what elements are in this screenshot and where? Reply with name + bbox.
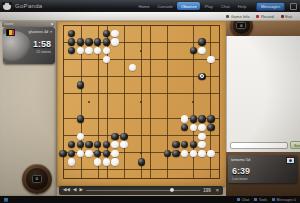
board-point[interactable] [85,141,94,150]
board-point[interactable] [146,63,155,72]
board-point[interactable] [102,166,111,175]
board-point[interactable] [180,55,189,64]
board-point[interactable] [146,141,155,150]
nav-item-chat[interactable]: Chat [217,2,233,10]
nav-item-observe[interactable]: Observe [177,2,200,10]
board-point[interactable] [180,21,189,30]
board-point[interactable] [207,141,216,150]
board-point[interactable] [207,89,216,98]
board-point[interactable] [111,63,120,72]
board-point[interactable] [85,55,94,64]
board-point[interactable] [128,21,137,30]
board-point[interactable] [128,81,137,90]
board-point[interactable] [93,81,102,90]
board-point[interactable] [207,166,216,175]
board-point[interactable] [172,81,181,90]
board-point[interactable] [119,98,128,107]
prev-move-icon[interactable]: ◀ [73,188,76,193]
board-point[interactable] [198,29,207,38]
board-point[interactable] [137,132,146,141]
board-point[interactable] [163,38,172,47]
board-point[interactable] [207,158,216,167]
board-point[interactable] [128,29,137,38]
board-point[interactable] [189,21,198,30]
board-point[interactable] [146,89,155,98]
board-point[interactable] [146,38,155,47]
board-point[interactable] [189,81,198,90]
app-grid-icon[interactable] [4,198,8,202]
board-point[interactable] [67,175,76,184]
board-point[interactable] [146,166,155,175]
board-point[interactable] [215,158,224,167]
board-point[interactable] [146,98,155,107]
board-point[interactable] [111,46,120,55]
board-point[interactable] [119,63,128,72]
board-point[interactable] [76,175,85,184]
collapse-icon[interactable]: ◀ [50,22,53,26]
board-point[interactable] [128,55,137,64]
board-point[interactable] [128,106,137,115]
board-point[interactable] [111,166,120,175]
board-point[interactable] [76,81,85,90]
board-point[interactable] [154,106,163,115]
board-point[interactable] [128,175,137,184]
board-point[interactable] [137,38,146,47]
board-point[interactable] [189,141,198,150]
board-point[interactable] [198,123,207,132]
board-point[interactable] [137,106,146,115]
board-point[interactable] [215,29,224,38]
board-point[interactable] [59,132,68,141]
board-point[interactable] [119,55,128,64]
board-point[interactable] [102,123,111,132]
board-point[interactable] [163,132,172,141]
board-point[interactable] [93,115,102,124]
board-point[interactable] [215,115,224,124]
board-point[interactable] [111,175,120,184]
board-point[interactable] [215,166,224,175]
board-point[interactable] [172,132,181,141]
board-point[interactable] [172,38,181,47]
board-point[interactable] [111,106,120,115]
board-point[interactable] [102,98,111,107]
board-point[interactable] [137,55,146,64]
board-point[interactable] [67,141,76,150]
board-point[interactable] [215,141,224,150]
board-point[interactable] [198,158,207,167]
board-point[interactable] [111,29,120,38]
board-point[interactable] [207,98,216,107]
board-point[interactable] [102,81,111,90]
board-point[interactable] [180,106,189,115]
board-point[interactable] [146,149,155,158]
board-point[interactable] [102,106,111,115]
board-point[interactable] [76,21,85,30]
board-point[interactable] [93,89,102,98]
move-slider-thumb[interactable] [170,188,175,193]
board-point[interactable] [154,46,163,55]
status-item-tools[interactable]: Tools [254,198,267,202]
board-point[interactable] [119,21,128,30]
board-point[interactable] [198,141,207,150]
move-slider[interactable] [86,190,200,192]
board-point[interactable] [154,89,163,98]
board-point[interactable] [215,132,224,141]
chat-input[interactable] [230,142,288,149]
board-point[interactable] [154,175,163,184]
board-point[interactable] [189,132,198,141]
board-point[interactable] [189,106,198,115]
board-point[interactable] [180,123,189,132]
board-point[interactable] [111,81,120,90]
board-point[interactable] [137,141,146,150]
board-point[interactable] [180,81,189,90]
board-point[interactable] [59,21,68,30]
board-point[interactable] [215,149,224,158]
board-point[interactable] [154,132,163,141]
board-point[interactable] [172,158,181,167]
board-point[interactable] [102,63,111,72]
board-point[interactable] [154,38,163,47]
board-point[interactable] [207,38,216,47]
board-point[interactable] [59,38,68,47]
board-point[interactable] [207,55,216,64]
board-point[interactable] [128,141,137,150]
board-point[interactable] [85,158,94,167]
board-point[interactable] [59,89,68,98]
board-point[interactable] [172,21,181,30]
board-point[interactable] [119,175,128,184]
board-point[interactable] [59,141,68,150]
board-point[interactable] [119,141,128,150]
board-point[interactable] [67,158,76,167]
board-point[interactable] [102,21,111,30]
board-point[interactable] [128,72,137,81]
board-point[interactable] [59,29,68,38]
board-point[interactable] [85,166,94,175]
board-point[interactable] [180,72,189,81]
board-point[interactable] [93,158,102,167]
board-point[interactable] [146,55,155,64]
board-point[interactable] [93,38,102,47]
board-point[interactable] [128,123,137,132]
board-point[interactable] [111,149,120,158]
board-point[interactable] [119,132,128,141]
board-point[interactable] [180,141,189,150]
board-point[interactable] [76,132,85,141]
board-point[interactable] [59,106,68,115]
board-point[interactable] [76,141,85,150]
board-point[interactable] [93,106,102,115]
board-point[interactable] [198,46,207,55]
board-point[interactable] [137,158,146,167]
board-point[interactable] [172,166,181,175]
toolbar-item-record[interactable]: Record [256,14,273,19]
board-point[interactable] [172,123,181,132]
board-point[interactable] [76,46,85,55]
board-point[interactable] [59,166,68,175]
board-point[interactable] [207,63,216,72]
board-point[interactable] [76,149,85,158]
board-point[interactable] [119,89,128,98]
board-point[interactable] [76,63,85,72]
board-point[interactable] [189,123,198,132]
board-point[interactable] [146,81,155,90]
board-point[interactable] [154,63,163,72]
board-point[interactable] [93,63,102,72]
board-point[interactable] [111,72,120,81]
board-point[interactable] [207,81,216,90]
toolbar-item-game-info[interactable]: Game Info [226,14,249,19]
board-point[interactable] [85,38,94,47]
board-point[interactable] [180,46,189,55]
board-point[interactable] [111,123,120,132]
board-point[interactable] [102,89,111,98]
board-point[interactable] [163,63,172,72]
board-point[interactable] [146,175,155,184]
board-point[interactable] [93,166,102,175]
window-icon[interactable] [290,3,297,10]
board-point[interactable] [215,55,224,64]
board-point[interactable] [137,123,146,132]
board-point[interactable] [137,81,146,90]
board-point[interactable] [128,132,137,141]
board-point[interactable] [172,63,181,72]
board-point[interactable] [172,98,181,107]
board-point[interactable] [76,29,85,38]
board-point[interactable] [76,38,85,47]
board-point[interactable] [111,21,120,30]
board-point[interactable] [67,115,76,124]
board-point[interactable] [59,115,68,124]
board-point[interactable] [163,166,172,175]
board-point[interactable] [59,55,68,64]
board-point[interactable] [189,63,198,72]
board-point[interactable] [215,38,224,47]
board-point[interactable] [172,115,181,124]
board-point[interactable] [111,98,120,107]
board-point[interactable] [189,72,198,81]
board-point[interactable] [207,123,216,132]
board-point[interactable] [85,175,94,184]
board-point[interactable] [102,38,111,47]
board-point[interactable] [215,72,224,81]
board-point[interactable] [180,89,189,98]
board-point[interactable] [146,123,155,132]
board-point[interactable] [67,72,76,81]
board-point[interactable] [198,149,207,158]
board-point[interactable] [67,166,76,175]
board-point[interactable] [85,98,94,107]
board-point[interactable] [85,89,94,98]
board-point[interactable] [154,21,163,30]
board-point[interactable] [163,175,172,184]
board-point[interactable] [67,123,76,132]
board-point[interactable] [198,98,207,107]
board-point[interactable] [189,175,198,184]
board-point[interactable] [189,55,198,64]
board-point[interactable] [137,46,146,55]
board-point[interactable] [67,29,76,38]
board-point[interactable] [180,166,189,175]
board-point[interactable] [93,149,102,158]
board-point[interactable] [85,115,94,124]
board-point[interactable] [163,106,172,115]
status-item-messages-0[interactable]: Messages 0 [272,198,296,202]
board-point[interactable] [189,89,198,98]
board-point[interactable] [154,81,163,90]
board-point[interactable] [146,106,155,115]
board-point[interactable] [198,63,207,72]
chevron-down-icon[interactable]: ▾ [50,30,52,34]
board-point[interactable] [198,106,207,115]
board-point[interactable] [137,21,146,30]
board-point[interactable] [111,141,120,150]
board-point[interactable] [146,29,155,38]
board-point[interactable] [146,72,155,81]
board-point[interactable] [102,158,111,167]
board-point[interactable] [207,46,216,55]
board-point[interactable] [85,149,94,158]
board-point[interactable] [111,115,120,124]
board-point[interactable] [189,115,198,124]
board-point[interactable] [146,46,155,55]
board-point[interactable] [119,158,128,167]
board-point[interactable] [128,158,137,167]
board-point[interactable] [93,123,102,132]
board-point[interactable] [163,115,172,124]
board-point[interactable] [180,132,189,141]
toolbar-item-exit[interactable]: Exit [281,14,292,19]
board-point[interactable] [207,175,216,184]
board-point[interactable] [93,72,102,81]
board-point[interactable] [119,29,128,38]
board-point[interactable] [76,98,85,107]
board-point[interactable] [137,166,146,175]
board-point[interactable] [119,115,128,124]
board-point[interactable] [163,46,172,55]
board-point[interactable] [137,63,146,72]
board-point[interactable] [128,89,137,98]
board-point[interactable] [128,63,137,72]
board-point[interactable] [76,89,85,98]
board-point[interactable] [163,123,172,132]
board-point[interactable] [67,149,76,158]
board-point[interactable] [76,72,85,81]
board-point[interactable] [215,98,224,107]
board-point[interactable] [154,149,163,158]
board-point[interactable] [111,132,120,141]
board-point[interactable] [163,158,172,167]
board-point[interactable] [198,166,207,175]
close-icon[interactable]: × [216,188,219,194]
board-point[interactable] [207,72,216,81]
board-point[interactable] [180,63,189,72]
board-point[interactable] [67,106,76,115]
board-point[interactable] [137,29,146,38]
nav-item-play[interactable]: Play [201,2,216,10]
board-point[interactable] [163,98,172,107]
board-point[interactable] [189,158,198,167]
board-point[interactable] [189,38,198,47]
board-point[interactable] [119,106,128,115]
board-point[interactable] [102,72,111,81]
board-point[interactable] [189,29,198,38]
go-board[interactable] [57,21,226,186]
board-point[interactable] [198,55,207,64]
board-point[interactable] [207,106,216,115]
board-point[interactable] [67,98,76,107]
board-point[interactable] [85,63,94,72]
board-point[interactable] [93,55,102,64]
board-point[interactable] [163,149,172,158]
board-point[interactable] [215,89,224,98]
board-point[interactable] [137,149,146,158]
board-point[interactable] [59,158,68,167]
board-point[interactable] [215,175,224,184]
nav-item-console[interactable]: Console [154,2,176,10]
board-point[interactable] [67,81,76,90]
board-point[interactable] [215,106,224,115]
board-point[interactable] [59,46,68,55]
board-point[interactable] [67,63,76,72]
board-point[interactable] [85,21,94,30]
board-point[interactable] [172,141,181,150]
board-point[interactable] [137,115,146,124]
board-point[interactable] [180,29,189,38]
board-point[interactable] [128,149,137,158]
board-point[interactable] [93,21,102,30]
board-point[interactable] [67,89,76,98]
board-point[interactable] [85,72,94,81]
board-point[interactable] [163,81,172,90]
board-point[interactable] [189,46,198,55]
board-point[interactable] [128,115,137,124]
board-point[interactable] [180,98,189,107]
board-point[interactable] [172,29,181,38]
board-point[interactable] [146,132,155,141]
board-point[interactable] [198,81,207,90]
board-point[interactable] [128,166,137,175]
board-point[interactable] [180,38,189,47]
board-point[interactable] [146,115,155,124]
board-point[interactable] [154,141,163,150]
board-point[interactable] [163,141,172,150]
board-point[interactable] [102,29,111,38]
board-point[interactable] [180,158,189,167]
board-point[interactable] [93,98,102,107]
board-point[interactable] [198,38,207,47]
board-point[interactable] [85,29,94,38]
board-point[interactable] [172,72,181,81]
board-point[interactable] [119,166,128,175]
nav-item-home[interactable]: Home [135,2,153,10]
board-point[interactable] [111,55,120,64]
board-point[interactable] [154,158,163,167]
board-point[interactable] [154,166,163,175]
board-point[interactable] [207,115,216,124]
status-item-chat[interactable]: Chat [237,198,249,202]
board-point[interactable] [207,29,216,38]
board-point[interactable] [128,46,137,55]
board-point[interactable] [119,81,128,90]
board-point[interactable] [67,21,76,30]
board-point[interactable] [215,123,224,132]
board-point[interactable] [215,21,224,30]
board-point[interactable] [93,141,102,150]
board-point[interactable] [172,55,181,64]
board-point[interactable] [85,123,94,132]
